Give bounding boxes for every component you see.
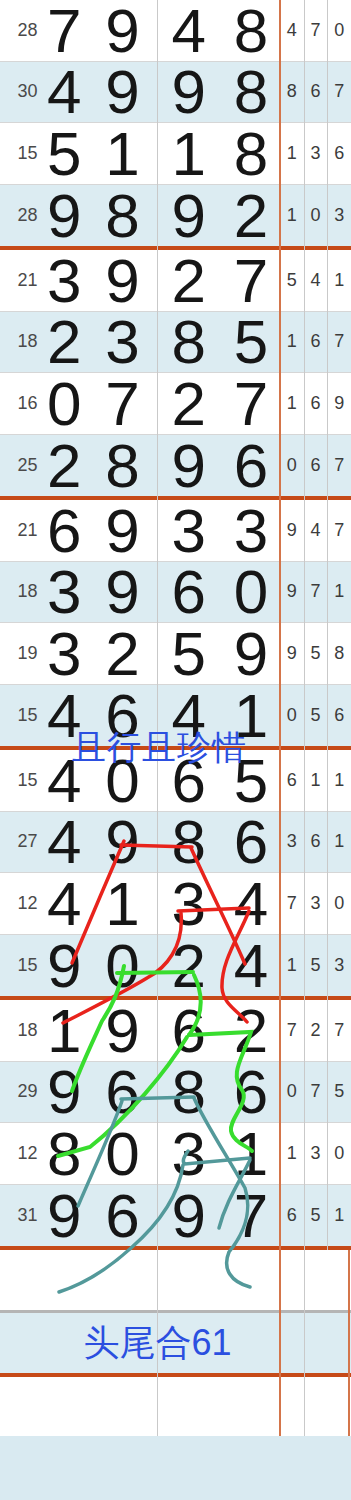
draw-row: 124134730 bbox=[0, 873, 351, 935]
stat-cell: 1 bbox=[327, 812, 351, 873]
digit-cell: 0 bbox=[105, 1123, 163, 1184]
stat-cell: 2 bbox=[304, 1000, 328, 1061]
sum-cell: 28 bbox=[0, 0, 47, 61]
digit-cell: 6 bbox=[47, 500, 105, 561]
digit-cell: 2 bbox=[164, 935, 222, 997]
digit-cell: 2 bbox=[47, 312, 105, 373]
draw-row: 183960971 bbox=[0, 562, 351, 624]
sum-cell: 15 bbox=[0, 935, 47, 997]
stat-cell: 6 bbox=[304, 812, 328, 873]
digit-cell: 9 bbox=[105, 500, 163, 561]
stat-cell: 6 bbox=[327, 123, 351, 184]
stat-cell: 0 bbox=[327, 1123, 351, 1184]
stat-cell: 0 bbox=[304, 185, 328, 247]
digit-cell: 1 bbox=[105, 123, 163, 184]
stat-cell: 7 bbox=[304, 0, 328, 61]
footer-spacer-row bbox=[0, 1250, 351, 1310]
digit-cell: 8 bbox=[222, 0, 280, 61]
digit-cell: 7 bbox=[222, 373, 280, 434]
stat-cell: 1 bbox=[280, 123, 304, 184]
digit-cell: 9 bbox=[164, 1185, 222, 1247]
digit-cell: 1 bbox=[47, 1000, 105, 1061]
bottom-band bbox=[0, 1436, 351, 1500]
stat-cell: 1 bbox=[327, 250, 351, 311]
stat-cell: 0 bbox=[280, 1062, 304, 1123]
digit-cell: 0 bbox=[105, 935, 163, 997]
vertical-divider-orange-right bbox=[348, 1250, 350, 1436]
digit-cell: 3 bbox=[105, 312, 163, 373]
digit-cell: 8 bbox=[222, 62, 280, 123]
stat-cell: 9 bbox=[280, 562, 304, 623]
draw-row: 274986361 bbox=[0, 812, 351, 874]
digit-cell: 2 bbox=[164, 250, 222, 311]
digit-cell: 0 bbox=[222, 562, 280, 623]
digit-cell: 9 bbox=[47, 935, 105, 997]
vertical-divider-stat2 bbox=[327, 0, 328, 1250]
stat-cell: 0 bbox=[327, 873, 351, 934]
footer-note-row: 头尾合61 bbox=[0, 1313, 351, 1373]
stat-cell: 6 bbox=[280, 750, 304, 811]
sum-cell: 30 bbox=[0, 62, 47, 123]
stat-cell: 3 bbox=[280, 812, 304, 873]
digit-cell: 8 bbox=[105, 185, 163, 247]
draw-row: 128031130 bbox=[0, 1123, 351, 1185]
digit-cell: 6 bbox=[222, 812, 280, 873]
digit-cell: 6 bbox=[222, 1062, 280, 1123]
sum-cell: 15 bbox=[0, 123, 47, 184]
stat-cell: 3 bbox=[304, 873, 328, 934]
draw-row: 181962727 bbox=[0, 1000, 351, 1062]
digit-cell: 2 bbox=[47, 435, 105, 497]
digit-cell: 8 bbox=[222, 123, 280, 184]
lottery-trend-chart: 2879484703049988671551181362898921032139… bbox=[0, 0, 351, 1500]
stat-cell: 9 bbox=[280, 500, 304, 561]
digit-cell: 8 bbox=[105, 435, 163, 497]
digit-cell: 2 bbox=[222, 1000, 280, 1061]
stat-cell: 5 bbox=[280, 250, 304, 311]
digit-cell: 9 bbox=[47, 1185, 105, 1247]
digit-cell: 4 bbox=[47, 62, 105, 123]
stat-cell: 1 bbox=[304, 750, 328, 811]
digit-cell: 9 bbox=[164, 435, 222, 497]
stat-cell: 3 bbox=[327, 935, 351, 997]
footer-note-text: 头尾合61 bbox=[83, 1319, 231, 1368]
digit-cell: 6 bbox=[164, 1000, 222, 1061]
digit-cell: 5 bbox=[222, 312, 280, 373]
digit-cell: 4 bbox=[47, 873, 105, 934]
draw-row: 216933947 bbox=[0, 500, 351, 562]
stat-cell: 3 bbox=[327, 185, 351, 247]
digit-cell: 9 bbox=[105, 0, 163, 61]
draw-row: 252896067 bbox=[0, 435, 351, 497]
stat-cell: 7 bbox=[304, 1062, 328, 1123]
stat-cell: 7 bbox=[327, 1000, 351, 1061]
sum-cell: 29 bbox=[0, 1062, 47, 1123]
sum-cell: 19 bbox=[0, 623, 47, 684]
stat-cell: 4 bbox=[304, 250, 328, 311]
digit-cell: 1 bbox=[105, 873, 163, 934]
stat-cell: 7 bbox=[304, 562, 328, 623]
digit-cell: 9 bbox=[222, 623, 280, 684]
stat-cell: 5 bbox=[304, 1185, 328, 1247]
draw-row: 193259958 bbox=[0, 623, 351, 685]
stat-cell: 4 bbox=[304, 500, 328, 561]
stat-cell: 9 bbox=[280, 623, 304, 684]
digit-cell: 9 bbox=[105, 62, 163, 123]
stat-cell: 3 bbox=[304, 123, 328, 184]
digit-cell: 7 bbox=[222, 250, 280, 311]
stat-cell: 5 bbox=[304, 685, 328, 747]
stat-cell: 0 bbox=[280, 435, 304, 497]
digit-cell: 3 bbox=[47, 623, 105, 684]
draw-row: 155118136 bbox=[0, 123, 351, 185]
digit-cell: 2 bbox=[222, 185, 280, 247]
digit-cell: 2 bbox=[164, 373, 222, 434]
sum-cell: 28 bbox=[0, 185, 47, 247]
sum-cell: 18 bbox=[0, 312, 47, 373]
stat-cell: 6 bbox=[304, 312, 328, 373]
stat-cell: 1 bbox=[280, 312, 304, 373]
draw-row: 319697651 bbox=[0, 1185, 351, 1247]
stat-cell: 7 bbox=[327, 500, 351, 561]
digit-cell: 9 bbox=[164, 62, 222, 123]
draw-row: 159024153 bbox=[0, 935, 351, 997]
sum-cell: 18 bbox=[0, 562, 47, 623]
sum-cell: 16 bbox=[0, 373, 47, 434]
digit-cell: 9 bbox=[47, 1062, 105, 1123]
stat-cell: 6 bbox=[304, 373, 328, 434]
stat-cell: 6 bbox=[327, 685, 351, 747]
digit-cell: 9 bbox=[105, 812, 163, 873]
digit-cell: 9 bbox=[47, 185, 105, 247]
draw-row: 213927541 bbox=[0, 250, 351, 312]
vertical-divider-orange bbox=[279, 0, 281, 1436]
digit-cell: 9 bbox=[164, 185, 222, 247]
digit-cell: 3 bbox=[164, 873, 222, 934]
stat-cell: 0 bbox=[327, 0, 351, 61]
stat-cell: 1 bbox=[280, 373, 304, 434]
digit-cell: 4 bbox=[164, 0, 222, 61]
stat-cell: 1 bbox=[327, 750, 351, 811]
vertical-divider-stat1 bbox=[304, 0, 305, 1436]
sum-cell: 21 bbox=[0, 500, 47, 561]
digit-cell: 3 bbox=[47, 250, 105, 311]
digit-cell: 9 bbox=[105, 562, 163, 623]
board-rows: 2879484703049988671551181362898921032139… bbox=[0, 0, 351, 1250]
draw-row: 289892103 bbox=[0, 185, 351, 247]
stat-cell: 6 bbox=[280, 1185, 304, 1247]
digit-cell: 4 bbox=[222, 935, 280, 997]
stat-cell: 1 bbox=[327, 562, 351, 623]
draw-row: 304998867 bbox=[0, 62, 351, 124]
stat-cell: 9 bbox=[327, 373, 351, 434]
stat-cell: 8 bbox=[280, 62, 304, 123]
digit-cell: 0 bbox=[47, 373, 105, 434]
stat-cell: 7 bbox=[327, 435, 351, 497]
digit-cell: 8 bbox=[164, 1062, 222, 1123]
digit-cell: 7 bbox=[47, 0, 105, 61]
digit-cell: 5 bbox=[47, 123, 105, 184]
sum-cell: 15 bbox=[0, 750, 47, 811]
digit-cell: 5 bbox=[164, 623, 222, 684]
digit-cell: 8 bbox=[47, 1123, 105, 1184]
stat-cell: 3 bbox=[304, 1123, 328, 1184]
digit-cell: 3 bbox=[164, 1123, 222, 1184]
sum-cell: 18 bbox=[0, 1000, 47, 1061]
digit-cell: 4 bbox=[222, 873, 280, 934]
stat-cell: 8 bbox=[327, 623, 351, 684]
digit-cell: 4 bbox=[47, 812, 105, 873]
digit-cell: 7 bbox=[222, 1185, 280, 1247]
stat-cell: 7 bbox=[327, 312, 351, 373]
vertical-divider-mid bbox=[157, 0, 158, 1436]
watermark-text: 且行且珍惜 bbox=[72, 729, 247, 765]
stat-cell: 7 bbox=[327, 62, 351, 123]
draw-row: 160727169 bbox=[0, 373, 351, 435]
digit-cell: 2 bbox=[105, 623, 163, 684]
sum-cell: 25 bbox=[0, 435, 47, 497]
digit-cell: 3 bbox=[222, 500, 280, 561]
stat-cell: 1 bbox=[280, 935, 304, 997]
footer-empty-row bbox=[0, 1377, 351, 1436]
digit-cell: 1 bbox=[164, 123, 222, 184]
stat-cell: 5 bbox=[304, 623, 328, 684]
stat-cell: 4 bbox=[280, 0, 304, 61]
stat-cell: 1 bbox=[327, 1185, 351, 1247]
sum-cell: 21 bbox=[0, 250, 47, 311]
draw-row: 287948470 bbox=[0, 0, 351, 62]
stat-cell: 6 bbox=[304, 435, 328, 497]
draw-row: 299686075 bbox=[0, 1062, 351, 1124]
digit-cell: 6 bbox=[222, 435, 280, 497]
stat-cell: 6 bbox=[304, 62, 328, 123]
sum-cell: 12 bbox=[0, 873, 47, 934]
sum-cell: 31 bbox=[0, 1185, 47, 1247]
digit-cell: 6 bbox=[164, 562, 222, 623]
stat-cell: 0 bbox=[280, 685, 304, 747]
draw-row: 182385167 bbox=[0, 312, 351, 374]
stat-cell: 1 bbox=[280, 1123, 304, 1184]
digit-cell: 6 bbox=[105, 1062, 163, 1123]
digit-cell: 9 bbox=[105, 1000, 163, 1061]
digit-cell: 3 bbox=[47, 562, 105, 623]
stat-cell: 5 bbox=[327, 1062, 351, 1123]
digit-cell: 9 bbox=[105, 250, 163, 311]
sum-cell: 15 bbox=[0, 685, 47, 747]
sum-cell: 12 bbox=[0, 1123, 47, 1184]
stat-cell: 5 bbox=[304, 935, 328, 997]
stat-cell: 1 bbox=[280, 185, 304, 247]
digit-cell: 8 bbox=[164, 312, 222, 373]
digit-cell: 7 bbox=[105, 373, 163, 434]
stat-cell: 7 bbox=[280, 873, 304, 934]
sum-cell: 27 bbox=[0, 812, 47, 873]
digit-cell: 3 bbox=[164, 500, 222, 561]
digit-cell: 6 bbox=[105, 1185, 163, 1247]
digit-cell: 8 bbox=[164, 812, 222, 873]
stat-cell: 7 bbox=[280, 1000, 304, 1061]
digit-cell: 1 bbox=[222, 1123, 280, 1184]
